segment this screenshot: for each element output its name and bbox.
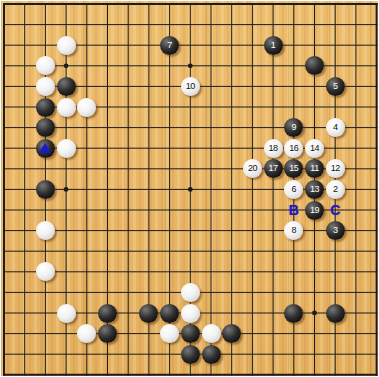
letter-marker-C-R9[interactable]: C [324,200,346,220]
stone-white-E14[interactable] [77,98,96,117]
move-number: 8 [292,221,297,240]
letter-marker-B-P9[interactable]: B [283,200,305,220]
stone-black-F3[interactable] [98,324,117,343]
stone-white-P12[interactable]: 16 [284,139,303,158]
stone-black-R8[interactable]: 3 [326,221,345,240]
go-board-diagram: 7110594181614201715111261321983BC [0,0,379,377]
stone-black-C10[interactable] [36,180,55,199]
move-number: 20 [248,159,257,178]
stone-black-O11[interactable]: 17 [264,159,283,178]
stone-black-Q10[interactable]: 13 [305,180,324,199]
stone-black-C14[interactable] [36,98,55,117]
stone-black-O17[interactable]: 1 [264,36,283,55]
stone-black-C12[interactable] [36,139,55,158]
stone-white-O12[interactable]: 18 [264,139,283,158]
star-point [312,311,317,316]
move-number: 19 [310,201,319,220]
stone-black-D15[interactable] [57,77,76,96]
stone-black-K2[interactable] [181,345,200,364]
stone-white-Q12[interactable]: 14 [305,139,324,158]
stone-white-D14[interactable] [57,98,76,117]
stone-white-K4[interactable] [181,304,200,323]
go-board[interactable]: 7110594181614201715111261321983BC [1,1,378,376]
stone-black-R15[interactable]: 5 [326,77,345,96]
star-point [188,63,193,68]
move-number: 3 [333,221,338,240]
stone-white-R13[interactable]: 4 [326,118,345,137]
star-point [64,187,69,192]
stone-white-C15[interactable] [36,77,55,96]
star-point [188,187,193,192]
move-number: 12 [331,159,340,178]
move-number: 13 [310,180,319,199]
stone-white-R11[interactable]: 12 [326,159,345,178]
stone-black-K3[interactable] [181,324,200,343]
star-point [64,63,69,68]
move-number: 6 [292,180,297,199]
stone-black-J17[interactable]: 7 [160,36,179,55]
stone-black-Q9[interactable]: 19 [305,201,324,220]
move-number: 7 [167,36,172,55]
move-number: 1 [271,36,276,55]
move-number: 4 [333,118,338,137]
move-number: 15 [289,159,298,178]
stone-black-R4[interactable] [326,304,345,323]
stone-white-D17[interactable] [57,36,76,55]
stone-white-K15[interactable]: 10 [181,77,200,96]
move-number: 11 [310,159,318,178]
move-number: 17 [269,159,278,178]
stone-white-C8[interactable] [36,221,55,240]
triangle-marker [39,143,51,153]
stone-white-D12[interactable] [57,139,76,158]
move-number: 9 [292,118,297,137]
stone-white-R10[interactable]: 2 [326,180,345,199]
stone-black-H4[interactable] [139,304,158,323]
stone-black-C13[interactable] [36,118,55,137]
move-number: 10 [186,77,195,96]
stone-black-J4[interactable] [160,304,179,323]
move-number: 16 [289,139,298,158]
stone-black-P4[interactable] [284,304,303,323]
stone-white-D4[interactable] [57,304,76,323]
move-number: 14 [310,139,319,158]
stone-white-K5[interactable] [181,283,200,302]
move-number: 18 [269,139,278,158]
move-number: 2 [333,180,338,199]
move-number: 5 [333,77,338,96]
stone-black-L2[interactable] [202,345,221,364]
stone-black-F4[interactable] [98,304,117,323]
stone-white-L3[interactable] [202,324,221,343]
